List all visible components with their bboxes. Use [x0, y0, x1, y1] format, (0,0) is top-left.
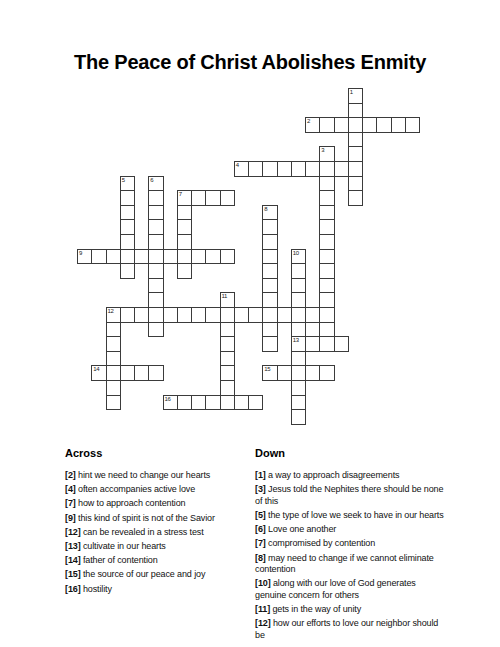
clue-number-label: 8 [264, 206, 267, 213]
grid-cell[interactable] [262, 219, 277, 235]
grid-cell[interactable] [319, 278, 334, 294]
clue-text: cultivate in our hearts [83, 541, 166, 551]
clue-text: the source of our peace and joy [83, 569, 205, 579]
grid-cell[interactable] [148, 205, 163, 221]
grid-cell[interactable] [177, 219, 192, 235]
grid-cell[interactable] [305, 307, 320, 323]
grid-cell[interactable] [319, 234, 334, 250]
grid-cell[interactable] [319, 190, 334, 206]
grid-cell[interactable] [376, 117, 391, 133]
grid-cell[interactable] [291, 409, 306, 425]
clue-item: [12] how our efforts to love our neighbo… [255, 618, 448, 641]
grid-cell[interactable] [191, 190, 206, 206]
clue-number-label: 5 [122, 177, 125, 184]
grid-cell[interactable] [220, 307, 235, 323]
grid-cell[interactable] [120, 365, 135, 381]
grid-cell[interactable]: 6 [148, 176, 163, 192]
clue-number-label: 4 [236, 162, 239, 169]
clue-item: [8] may need to change if we cannot elim… [255, 553, 448, 576]
clue-number-label: 12 [108, 308, 114, 315]
grid-cell[interactable] [319, 176, 334, 192]
grid-cell[interactable]: 3 [319, 146, 334, 162]
clue-item: [15] the source of our peace and joy [65, 569, 251, 581]
grid-cell[interactable] [205, 307, 220, 323]
grid-cell[interactable] [220, 365, 235, 381]
grid-cell[interactable] [248, 395, 263, 411]
puzzle-title: The Peace of Christ Abolishes Enmity [0, 51, 500, 74]
grid-cell[interactable] [319, 336, 334, 352]
grid-cell[interactable]: 9 [77, 249, 92, 265]
grid-cell[interactable] [106, 351, 121, 367]
clue-text: hostility [83, 584, 112, 594]
clue-item: [5] the type of love we seek to have in … [255, 510, 448, 522]
grid-cell[interactable] [106, 249, 121, 265]
grid-cell[interactable] [148, 263, 163, 279]
clue-text: can be revealed in a stress test [83, 527, 204, 537]
grid-cell[interactable] [334, 117, 349, 133]
clue-text: Jesus told the Nephites there should be … [255, 484, 443, 506]
clue-item: [14] father of contention [65, 555, 251, 567]
clue-number: [7] [255, 538, 268, 548]
clues-down-section: Down [1] a way to approach disagreements… [255, 447, 448, 644]
grid-cell[interactable] [291, 395, 306, 411]
grid-cell[interactable] [262, 263, 277, 279]
grid-cell[interactable] [277, 161, 292, 177]
grid-cell[interactable] [291, 161, 306, 177]
grid-cell[interactable] [348, 176, 363, 192]
grid-cell[interactable] [262, 292, 277, 308]
grid-cell[interactable] [348, 161, 363, 177]
grid-cell[interactable]: 5 [120, 176, 135, 192]
clue-number: [12] [65, 527, 83, 537]
grid-cell[interactable] [120, 307, 135, 323]
grid-cell[interactable] [248, 161, 263, 177]
clue-item: [4] often accompanies active love [65, 484, 251, 496]
clue-text: along with our love of God generates gen… [255, 578, 416, 600]
grid-cell[interactable] [262, 161, 277, 177]
grid-cell[interactable] [120, 190, 135, 206]
grid-cell[interactable]: 7 [177, 190, 192, 206]
grid-cell[interactable] [348, 190, 363, 206]
grid-cell[interactable] [319, 117, 334, 133]
grid-cell[interactable] [291, 278, 306, 294]
clue-text: a way to approach disagreements [268, 470, 399, 480]
down-clue-list: [1] a way to approach disagreements[3] J… [255, 470, 448, 641]
grid-cell[interactable] [362, 117, 377, 133]
clue-number-label: 9 [79, 250, 82, 257]
clue-number: [8] [255, 553, 268, 563]
grid-cell[interactable] [262, 249, 277, 265]
grid-cell[interactable] [319, 322, 334, 338]
clue-item: [16] hostility [65, 584, 251, 596]
grid-cell[interactable] [205, 249, 220, 265]
grid-cell[interactable] [148, 234, 163, 250]
clue-text: may need to change if we cannot eliminat… [255, 553, 434, 575]
clue-item: [6] Love one another [255, 524, 448, 536]
grid-cell[interactable] [334, 336, 349, 352]
clue-number-label: 1 [350, 89, 353, 96]
grid-cell[interactable]: 15 [262, 365, 277, 381]
grid-cell[interactable] [177, 395, 192, 411]
grid-cell[interactable] [334, 161, 349, 177]
grid-cell[interactable] [177, 249, 192, 265]
clue-number: [7] [65, 498, 78, 508]
grid-cell[interactable] [291, 322, 306, 338]
clue-item: [12] can be revealed in a stress test [65, 527, 251, 539]
grid-cell[interactable] [191, 395, 206, 411]
grid-cell[interactable] [291, 351, 306, 367]
clue-text: often accompanies active love [78, 484, 195, 494]
clue-text: this kind of spirit is not of the Savior [78, 513, 215, 523]
clue-number-label: 14 [93, 366, 99, 373]
grid-cell[interactable] [205, 395, 220, 411]
clue-number-label: 6 [150, 177, 153, 184]
clue-item: [11] gets in the way of unity [255, 604, 448, 616]
clue-number: [13] [65, 541, 83, 551]
grid-cell[interactable] [220, 322, 235, 338]
grid-cell[interactable] [163, 249, 178, 265]
grid-cell[interactable]: 4 [234, 161, 249, 177]
grid-cell[interactable] [291, 263, 306, 279]
clue-number: [14] [65, 555, 83, 565]
clue-number: [4] [65, 484, 78, 494]
clue-item: [7] how to approach contention [65, 498, 251, 510]
clue-number: [12] [255, 618, 273, 628]
grid-cell[interactable] [106, 336, 121, 352]
grid-cell[interactable] [148, 307, 163, 323]
clue-text: gets in the way of unity [272, 604, 361, 614]
grid-cell[interactable] [319, 365, 334, 381]
grid-cell[interactable] [120, 249, 135, 265]
grid-cell[interactable]: 1 [348, 88, 363, 104]
grid-cell[interactable] [148, 278, 163, 294]
grid-cell[interactable] [106, 322, 121, 338]
down-header: Down [255, 447, 448, 459]
grid-cell[interactable] [120, 234, 135, 250]
grid-cell[interactable] [262, 322, 277, 338]
grid-cell[interactable]: 8 [262, 205, 277, 221]
grid-cell[interactable] [319, 292, 334, 308]
clue-number-label: 16 [165, 396, 171, 403]
grid-cell[interactable] [291, 307, 306, 323]
grid-cell[interactable] [319, 205, 334, 221]
clue-text: how our efforts to love our neighbor sho… [255, 618, 438, 640]
grid-cell[interactable] [177, 234, 192, 250]
clue-text: how to approach contention [78, 498, 185, 508]
grid-cell[interactable] [305, 365, 320, 381]
grid-cell[interactable] [305, 336, 320, 352]
clue-item: [13] cultivate in our hearts [65, 541, 251, 553]
grid-cell[interactable]: 10 [291, 249, 306, 265]
grid-cell[interactable] [291, 292, 306, 308]
grid-cell[interactable] [348, 146, 363, 162]
clue-number-label: 7 [179, 191, 182, 198]
grid-cell[interactable] [305, 161, 320, 177]
clues-across-section: Across [2] hint we need to change our he… [65, 447, 251, 598]
grid-cell[interactable] [191, 249, 206, 265]
grid-cell[interactable] [262, 234, 277, 250]
grid-cell[interactable] [319, 161, 334, 177]
grid-cell[interactable]: 2 [305, 117, 320, 133]
clue-item: [7] compromised by contention [255, 538, 448, 550]
grid-cell[interactable] [234, 395, 249, 411]
clue-text: Love one another [268, 524, 336, 534]
grid-cell[interactable] [120, 263, 135, 279]
clue-number-label: 15 [264, 366, 270, 373]
grid-cell[interactable] [248, 307, 263, 323]
grid-cell[interactable] [234, 307, 249, 323]
grid-cell[interactable] [220, 395, 235, 411]
grid-cell[interactable] [220, 336, 235, 352]
across-header: Across [65, 447, 251, 459]
clue-text: hint we need to change our hearts [78, 470, 210, 480]
grid-cell[interactable] [91, 249, 106, 265]
grid-cell[interactable]: 12 [106, 307, 121, 323]
grid-cell[interactable] [319, 307, 334, 323]
grid-cell[interactable] [220, 351, 235, 367]
grid-cell[interactable]: 11 [220, 292, 235, 308]
grid-cell[interactable] [220, 249, 235, 265]
grid-cell[interactable] [405, 117, 420, 133]
grid-cell[interactable] [319, 263, 334, 279]
clue-number: [1] [255, 470, 268, 480]
clue-number: [11] [255, 604, 272, 614]
clue-item: [9] this kind of spirit is not of the Sa… [65, 513, 251, 525]
grid-cell[interactable] [148, 322, 163, 338]
clue-number: [2] [65, 470, 78, 480]
clue-number: [3] [255, 484, 268, 494]
clue-number: [9] [65, 513, 78, 523]
clue-number-label: 3 [321, 147, 324, 154]
clue-number-label: 11 [222, 293, 228, 300]
grid-cell[interactable] [148, 190, 163, 206]
page: The Peace of Christ Abolishes Enmity 123… [0, 0, 500, 647]
grid-cell[interactable] [106, 365, 121, 381]
grid-cell[interactable] [220, 190, 235, 206]
grid-cell[interactable] [348, 103, 363, 119]
grid-cell[interactable] [277, 365, 292, 381]
grid-cell[interactable]: 16 [163, 395, 178, 411]
grid-cell[interactable] [319, 219, 334, 235]
grid-cell[interactable] [319, 249, 334, 265]
clue-number-label: 2 [307, 118, 310, 125]
clue-number: [5] [255, 510, 268, 520]
grid-cell[interactable] [348, 117, 363, 133]
grid-cell[interactable] [191, 307, 206, 323]
clue-item: [10] along with our love of God generate… [255, 578, 448, 601]
grid-cell[interactable] [106, 395, 121, 411]
clue-text: the type of love we seek to have in our … [268, 510, 444, 520]
grid-cell[interactable] [148, 365, 163, 381]
clue-number: [16] [65, 584, 83, 594]
crossword-grid: 12345678910111213141516 [77, 88, 421, 425]
grid-cell[interactable] [163, 307, 178, 323]
clue-item: [1] a way to approach disagreements [255, 470, 448, 482]
grid-cell[interactable] [177, 205, 192, 221]
grid-cell[interactable] [262, 278, 277, 294]
grid-cell[interactable] [291, 380, 306, 396]
grid-cell[interactable] [220, 380, 235, 396]
grid-cell[interactable] [262, 336, 277, 352]
clue-number-label: 13 [293, 337, 299, 344]
clue-number: [10] [255, 578, 273, 588]
grid-cell[interactable] [120, 205, 135, 221]
grid-cell[interactable] [177, 307, 192, 323]
grid-cell[interactable] [148, 292, 163, 308]
grid-cell[interactable] [134, 365, 149, 381]
grid-cell[interactable] [134, 249, 149, 265]
grid-cell[interactable] [120, 219, 135, 235]
across-clue-list: [2] hint we need to change our hearts[4]… [65, 470, 251, 595]
grid-cell[interactable]: 13 [291, 336, 306, 352]
grid-cell[interactable] [277, 307, 292, 323]
grid-cell[interactable] [106, 380, 121, 396]
clue-text: compromised by contention [268, 538, 375, 548]
grid-cell[interactable] [148, 249, 163, 265]
clue-number-label: 10 [293, 250, 299, 257]
grid-cell[interactable] [205, 190, 220, 206]
grid-cell[interactable]: 14 [91, 365, 106, 381]
clue-text: father of contention [83, 555, 158, 565]
grid-cell[interactable] [291, 365, 306, 381]
clue-item: [2] hint we need to change our hearts [65, 470, 251, 482]
clue-item: [3] Jesus told the Nephites there should… [255, 484, 448, 507]
grid-cell[interactable] [177, 263, 192, 279]
grid-cell[interactable] [134, 307, 149, 323]
grid-cell[interactable] [262, 307, 277, 323]
grid-cell[interactable] [348, 132, 363, 148]
clue-number: [15] [65, 569, 83, 579]
clue-number: [6] [255, 524, 268, 534]
grid-cell[interactable] [148, 219, 163, 235]
grid-cell[interactable] [391, 117, 406, 133]
